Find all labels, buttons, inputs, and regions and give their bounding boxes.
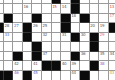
cell-r1c3[interactable]: 16 bbox=[23, 4, 33, 14]
clue-number: 46 bbox=[14, 71, 19, 75]
cell-r8c10[interactable] bbox=[90, 71, 100, 80]
cell-r7c11[interactable]: 38 bbox=[99, 61, 109, 71]
clue-number: 31 bbox=[62, 33, 67, 37]
cell-r5c3[interactable] bbox=[23, 42, 33, 52]
black-cell-r5c10 bbox=[90, 42, 100, 52]
clue-number: 20 bbox=[90, 24, 95, 28]
cell-r1c5[interactable] bbox=[42, 4, 52, 14]
black-cell-r2c9 bbox=[80, 14, 90, 24]
cell-r4c11[interactable]: 29 bbox=[99, 33, 109, 43]
clue-number: 33 bbox=[4, 33, 9, 37]
cell-r7c9[interactable] bbox=[80, 61, 90, 71]
cell-r8c4[interactable]: 45 bbox=[32, 71, 42, 80]
cell-r3c2[interactable]: 27 bbox=[13, 23, 23, 33]
cell-r2c6[interactable] bbox=[52, 14, 62, 24]
black-cell-r7c6 bbox=[52, 61, 62, 71]
cell-r1c10[interactable] bbox=[90, 4, 100, 14]
clue-number: 35 bbox=[100, 52, 105, 56]
black-cell-r5c4 bbox=[32, 42, 42, 52]
cell-r2c10[interactable] bbox=[90, 14, 100, 24]
cell-r6c5[interactable]: 37 bbox=[42, 52, 52, 62]
cell-r4c7[interactable]: 31 bbox=[61, 33, 71, 43]
cell-r4c12[interactable] bbox=[109, 33, 115, 43]
black-cell-r7c5 bbox=[42, 61, 52, 71]
cell-r5c7[interactable] bbox=[61, 42, 71, 52]
clue-number: 18 bbox=[71, 14, 76, 18]
clue-number: 42 bbox=[14, 62, 19, 66]
cell-r2c3[interactable] bbox=[23, 14, 33, 24]
black-cell-r2c4 bbox=[32, 14, 42, 24]
clue-number: 27 bbox=[14, 24, 19, 28]
cell-r2c8[interactable]: 18 bbox=[71, 14, 81, 24]
cell-r2c5[interactable] bbox=[42, 14, 52, 24]
cell-r7c7[interactable]: 40 bbox=[61, 61, 71, 71]
black-cell-r3c3 bbox=[23, 23, 33, 33]
cell-r6c3[interactable] bbox=[23, 52, 33, 62]
black-cell-r2c1 bbox=[4, 14, 14, 24]
cell-r3c10[interactable]: 20 bbox=[90, 23, 100, 33]
cell-r3c6[interactable] bbox=[52, 23, 62, 33]
clue-number: 19 bbox=[100, 24, 105, 28]
clue-number: 13 bbox=[109, 5, 114, 9]
clue-number: 28 bbox=[4, 24, 9, 28]
cell-r4c2[interactable] bbox=[13, 33, 23, 43]
black-cell-r7c10 bbox=[90, 61, 100, 71]
clue-number: 44 bbox=[71, 71, 76, 75]
cell-r8c5[interactable] bbox=[42, 71, 52, 80]
cell-r1c11[interactable] bbox=[99, 4, 109, 14]
crossword-viewport: 1216151413181728272625201933323130293736… bbox=[0, 0, 115, 80]
cell-r5c6[interactable] bbox=[52, 42, 62, 52]
cell-r6c1[interactable] bbox=[4, 52, 14, 62]
cell-r2c2[interactable] bbox=[13, 14, 23, 24]
clue-number: 32 bbox=[43, 33, 48, 37]
cell-r6c12[interactable]: 34 bbox=[109, 52, 115, 62]
cell-r7c1[interactable] bbox=[4, 61, 14, 71]
cell-r5c8[interactable] bbox=[71, 42, 81, 52]
clue-number: 41 bbox=[33, 62, 38, 66]
cell-r8c7[interactable] bbox=[61, 71, 71, 80]
cell-r1c6[interactable]: 15 bbox=[52, 4, 62, 14]
cell-r4c1[interactable]: 33 bbox=[4, 33, 14, 43]
black-cell-r3c12 bbox=[109, 23, 115, 33]
cell-r5c2[interactable] bbox=[13, 42, 23, 52]
clue-number: 34 bbox=[109, 52, 114, 56]
cell-r4c5[interactable]: 32 bbox=[42, 33, 52, 43]
clue-number: 29 bbox=[100, 33, 105, 37]
cell-r8c6[interactable] bbox=[52, 71, 62, 80]
black-cell-r8c9 bbox=[80, 71, 90, 80]
black-cell-r4c3 bbox=[23, 33, 33, 43]
cell-r3c4[interactable]: 26 bbox=[32, 23, 42, 33]
clue-number: 30 bbox=[81, 33, 86, 37]
clue-number: 15 bbox=[52, 5, 57, 9]
clue-number: 38 bbox=[100, 62, 105, 66]
cell-r2c12[interactable]: 17 bbox=[109, 14, 115, 24]
clue-number: 17 bbox=[109, 14, 114, 18]
clue-number: 26 bbox=[33, 24, 38, 28]
black-cell-r2c7 bbox=[61, 14, 71, 24]
cell-r8c12[interactable]: 43 bbox=[109, 71, 115, 80]
cell-r8c2[interactable]: 46 bbox=[13, 71, 23, 80]
clue-number: 45 bbox=[33, 71, 38, 75]
cell-r4c9[interactable]: 30 bbox=[80, 33, 90, 43]
clue-number: 43 bbox=[109, 71, 114, 75]
cell-r3c8[interactable] bbox=[71, 23, 81, 33]
clue-number: 16 bbox=[23, 5, 28, 9]
cell-r6c6[interactable] bbox=[52, 52, 62, 62]
cell-r4c6[interactable] bbox=[52, 33, 62, 43]
black-cell-r4c10 bbox=[90, 33, 100, 43]
cell-r8c8[interactable]: 44 bbox=[71, 71, 81, 80]
clue-number: 36 bbox=[81, 52, 86, 56]
cell-r7c3[interactable] bbox=[23, 61, 33, 71]
cell-r1c9[interactable] bbox=[80, 4, 90, 14]
clue-number: 37 bbox=[43, 52, 48, 56]
cell-r1c2[interactable] bbox=[13, 4, 23, 14]
clue-number: 40 bbox=[62, 62, 67, 66]
cell-r1c1[interactable] bbox=[4, 4, 14, 14]
clue-number: 14 bbox=[62, 5, 67, 9]
cell-r8c11[interactable] bbox=[99, 71, 109, 80]
cell-r1c7[interactable]: 14 bbox=[61, 4, 71, 14]
black-cell-r8c1 bbox=[4, 71, 14, 80]
cell-r5c1[interactable] bbox=[4, 42, 14, 52]
crossword-grid: 1216151413181728272625201933323130293736… bbox=[0, 0, 115, 80]
cell-r6c9[interactable]: 36 bbox=[80, 52, 90, 62]
cell-r2c11[interactable] bbox=[99, 14, 109, 24]
cell-r1c4[interactable] bbox=[32, 4, 42, 14]
black-cell-r4c8 bbox=[71, 33, 81, 43]
clue-number: 25 bbox=[43, 24, 48, 28]
cell-r4c4[interactable] bbox=[32, 33, 42, 43]
clue-number: 39 bbox=[71, 62, 76, 66]
black-cell-r8c3 bbox=[23, 71, 33, 80]
cell-r6c10[interactable] bbox=[90, 52, 100, 62]
